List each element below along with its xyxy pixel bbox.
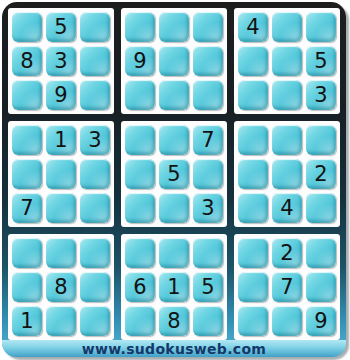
cell-r3c3[interactable] — [80, 80, 110, 110]
cell-r9c1[interactable]: 1 — [12, 306, 42, 336]
cell-r7c7[interactable] — [238, 238, 268, 268]
cell-r4c1[interactable] — [12, 125, 42, 155]
cell-r4c4[interactable] — [125, 125, 155, 155]
cell-r5c7[interactable] — [238, 159, 268, 189]
footer-bar: www.sudokusweb.com — [2, 340, 346, 357]
cell-r4c8[interactable] — [272, 125, 302, 155]
cell-r7c9[interactable] — [306, 238, 336, 268]
cell-r6c1[interactable]: 7 — [12, 193, 42, 223]
cell-r1c9[interactable] — [306, 12, 336, 42]
cell-r5c9[interactable]: 2 — [306, 159, 336, 189]
cell-r1c3[interactable] — [80, 12, 110, 42]
cell-r3c9[interactable]: 3 — [306, 80, 336, 110]
box-1-2: 9 — [121, 8, 227, 114]
sudoku-board-frame: 5839945313775324816158279 www.sudokusweb… — [2, 2, 346, 357]
cell-r4c5[interactable] — [159, 125, 189, 155]
cell-r2c3[interactable] — [80, 46, 110, 76]
cell-r1c8[interactable] — [272, 12, 302, 42]
cell-r8c8[interactable]: 7 — [272, 272, 302, 302]
cell-r1c4[interactable] — [125, 12, 155, 42]
cell-r6c7[interactable] — [238, 193, 268, 223]
cell-r1c2[interactable]: 5 — [46, 12, 76, 42]
cell-r8c6[interactable]: 5 — [193, 272, 223, 302]
cell-r8c1[interactable] — [12, 272, 42, 302]
cell-r1c5[interactable] — [159, 12, 189, 42]
cell-r8c7[interactable] — [238, 272, 268, 302]
cell-r6c4[interactable] — [125, 193, 155, 223]
cell-r1c1[interactable] — [12, 12, 42, 42]
cell-r4c3[interactable]: 3 — [80, 125, 110, 155]
cell-r9c8[interactable] — [272, 306, 302, 336]
cell-r7c4[interactable] — [125, 238, 155, 268]
cell-r1c7[interactable]: 4 — [238, 12, 268, 42]
cell-r3c4[interactable] — [125, 80, 155, 110]
cell-r7c8[interactable]: 2 — [272, 238, 302, 268]
cell-r6c5[interactable] — [159, 193, 189, 223]
cell-r6c6[interactable]: 3 — [193, 193, 223, 223]
cell-r8c4[interactable]: 6 — [125, 272, 155, 302]
cell-r2c8[interactable] — [272, 46, 302, 76]
cell-r9c2[interactable] — [46, 306, 76, 336]
cell-r3c6[interactable] — [193, 80, 223, 110]
box-3-2: 6158 — [121, 234, 227, 340]
cell-r7c3[interactable] — [80, 238, 110, 268]
cell-r5c5[interactable]: 5 — [159, 159, 189, 189]
cell-r8c9[interactable] — [306, 272, 336, 302]
box-2-2: 753 — [121, 121, 227, 227]
box-2-3: 24 — [234, 121, 340, 227]
box-3-1: 81 — [8, 234, 114, 340]
box-1-1: 5839 — [8, 8, 114, 114]
cell-r2c2[interactable]: 3 — [46, 46, 76, 76]
cell-r7c5[interactable] — [159, 238, 189, 268]
cell-r9c4[interactable] — [125, 306, 155, 336]
box-2-1: 137 — [8, 121, 114, 227]
cell-r9c3[interactable] — [80, 306, 110, 336]
cell-r8c5[interactable]: 1 — [159, 272, 189, 302]
cell-r3c5[interactable] — [159, 80, 189, 110]
cell-r5c4[interactable] — [125, 159, 155, 189]
cell-r1c6[interactable] — [193, 12, 223, 42]
cell-r2c5[interactable] — [159, 46, 189, 76]
cell-r2c1[interactable]: 8 — [12, 46, 42, 76]
cell-r9c5[interactable]: 8 — [159, 306, 189, 336]
cell-r4c9[interactable] — [306, 125, 336, 155]
cell-r5c3[interactable] — [80, 159, 110, 189]
cell-r2c4[interactable]: 9 — [125, 46, 155, 76]
cell-r3c8[interactable] — [272, 80, 302, 110]
cell-r9c7[interactable] — [238, 306, 268, 336]
cell-r8c3[interactable] — [80, 272, 110, 302]
cell-r4c6[interactable]: 7 — [193, 125, 223, 155]
cell-r9c6[interactable] — [193, 306, 223, 336]
cell-r3c2[interactable]: 9 — [46, 80, 76, 110]
cell-r4c2[interactable]: 1 — [46, 125, 76, 155]
cell-r2c6[interactable] — [193, 46, 223, 76]
cell-r6c8[interactable]: 4 — [272, 193, 302, 223]
cell-r6c9[interactable] — [306, 193, 336, 223]
cell-r2c9[interactable]: 5 — [306, 46, 336, 76]
cell-r6c3[interactable] — [80, 193, 110, 223]
site-url: www.sudokusweb.com — [82, 341, 266, 357]
cell-r7c2[interactable] — [46, 238, 76, 268]
cell-r9c9[interactable]: 9 — [306, 306, 336, 336]
cell-r2c7[interactable] — [238, 46, 268, 76]
cell-r3c1[interactable] — [12, 80, 42, 110]
cell-r5c1[interactable] — [12, 159, 42, 189]
cell-r5c6[interactable] — [193, 159, 223, 189]
box-1-3: 453 — [234, 8, 340, 114]
sudoku-grid: 5839945313775324816158279 — [8, 8, 340, 340]
cell-r6c2[interactable] — [46, 193, 76, 223]
cell-r4c7[interactable] — [238, 125, 268, 155]
cell-r7c6[interactable] — [193, 238, 223, 268]
box-3-3: 279 — [234, 234, 340, 340]
cell-r5c2[interactable] — [46, 159, 76, 189]
cell-r3c7[interactable] — [238, 80, 268, 110]
cell-r8c2[interactable]: 8 — [46, 272, 76, 302]
cell-r7c1[interactable] — [12, 238, 42, 268]
cell-r5c8[interactable] — [272, 159, 302, 189]
